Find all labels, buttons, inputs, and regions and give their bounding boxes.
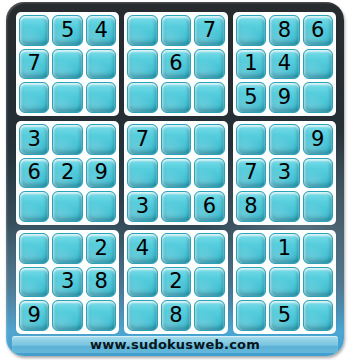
cell-value: 6 <box>169 53 182 74</box>
sudoku-box-r1c1: 547 <box>16 12 119 116</box>
cell-value: 6 <box>311 20 324 41</box>
sudoku-box-r2c1: 3629 <box>16 121 119 225</box>
cell-r8c7[interactable] <box>236 267 266 298</box>
cell-r7c5[interactable] <box>161 233 191 264</box>
cell-value: 1 <box>244 53 257 74</box>
cell-value: 3 <box>61 271 74 292</box>
cell-r2c9[interactable] <box>303 49 333 80</box>
cell-r3c4[interactable] <box>127 82 157 113</box>
cell-r4c5[interactable] <box>161 124 191 155</box>
cell-r7c6[interactable] <box>194 233 224 264</box>
cell-r3c5[interactable] <box>161 82 191 113</box>
cell-r7c2[interactable] <box>52 233 82 264</box>
cell-r1c1[interactable] <box>19 15 49 46</box>
cell-r5c1[interactable]: 6 <box>19 158 49 189</box>
cell-r1c3[interactable]: 4 <box>86 15 116 46</box>
cell-value: 9 <box>94 162 107 183</box>
cell-value: 9 <box>278 87 291 108</box>
cell-r6c5[interactable] <box>161 191 191 222</box>
cell-r8c6[interactable] <box>194 267 224 298</box>
cell-r9c6[interactable] <box>194 300 224 331</box>
cell-r9c1[interactable]: 9 <box>19 300 49 331</box>
cell-r2c7[interactable]: 1 <box>236 49 266 80</box>
cell-r4c6[interactable] <box>194 124 224 155</box>
sudoku-box-r2c2: 736 <box>124 121 227 225</box>
cell-value: 9 <box>311 129 324 150</box>
cell-r9c7[interactable] <box>236 300 266 331</box>
cell-r1c8[interactable]: 8 <box>269 15 299 46</box>
cell-r9c2[interactable] <box>52 300 82 331</box>
cell-r3c3[interactable] <box>86 82 116 113</box>
cell-r9c3[interactable] <box>86 300 116 331</box>
cell-value: 5 <box>278 305 291 326</box>
sudoku-box-r3c1: 2389 <box>16 230 119 334</box>
cell-r4c9[interactable]: 9 <box>303 124 333 155</box>
cell-r3c6[interactable] <box>194 82 224 113</box>
cell-r3c1[interactable] <box>19 82 49 113</box>
cell-r1c6[interactable]: 7 <box>194 15 224 46</box>
cell-r6c3[interactable] <box>86 191 116 222</box>
cell-value: 7 <box>28 53 41 74</box>
cell-r2c8[interactable]: 4 <box>269 49 299 80</box>
cell-r4c7[interactable] <box>236 124 266 155</box>
cell-r1c5[interactable] <box>161 15 191 46</box>
cell-value: 6 <box>28 162 41 183</box>
cell-r8c4[interactable] <box>127 267 157 298</box>
cell-r7c9[interactable] <box>303 233 333 264</box>
cell-r7c7[interactable] <box>236 233 266 264</box>
cell-r4c3[interactable] <box>86 124 116 155</box>
cell-r3c7[interactable]: 5 <box>236 82 266 113</box>
cell-r2c1[interactable]: 7 <box>19 49 49 80</box>
cell-r5c9[interactable] <box>303 158 333 189</box>
cell-r6c7[interactable]: 8 <box>236 191 266 222</box>
cell-value: 4 <box>94 20 107 41</box>
cell-value: 4 <box>136 238 149 259</box>
cell-r7c1[interactable] <box>19 233 49 264</box>
cell-value: 8 <box>169 305 182 326</box>
cell-r4c2[interactable] <box>52 124 82 155</box>
cell-r8c3[interactable]: 8 <box>86 267 116 298</box>
cell-r9c5[interactable]: 8 <box>161 300 191 331</box>
cell-r9c8[interactable]: 5 <box>269 300 299 331</box>
cell-r9c4[interactable] <box>127 300 157 331</box>
cell-value: 2 <box>94 238 107 259</box>
cell-r6c1[interactable] <box>19 191 49 222</box>
cell-r3c8[interactable]: 9 <box>269 82 299 113</box>
cell-value: 5 <box>244 87 257 108</box>
cell-r8c2[interactable]: 3 <box>52 267 82 298</box>
cell-r6c8[interactable] <box>269 191 299 222</box>
cell-r5c8[interactable]: 3 <box>269 158 299 189</box>
cell-r2c4[interactable] <box>127 49 157 80</box>
cell-value: 5 <box>61 20 74 41</box>
cell-value: 8 <box>244 196 257 217</box>
cell-r4c8[interactable] <box>269 124 299 155</box>
footer-bar: www.sudokusweb.com <box>12 336 338 353</box>
cell-r2c6[interactable] <box>194 49 224 80</box>
cell-r5c7[interactable]: 7 <box>236 158 266 189</box>
sudokusweb-link[interactable]: www.sudokusweb.com <box>90 337 260 352</box>
cell-r6c9[interactable] <box>303 191 333 222</box>
cell-value: 3 <box>28 129 41 150</box>
cell-r2c2[interactable] <box>52 49 82 80</box>
cell-value: 7 <box>244 162 257 183</box>
sudoku-screenshot: 5477686145936297369738238942815 www.sudo… <box>0 0 350 360</box>
cell-value: 3 <box>136 196 149 217</box>
cell-r7c4[interactable]: 4 <box>127 233 157 264</box>
cell-r5c4[interactable] <box>127 158 157 189</box>
cell-value: 7 <box>203 20 216 41</box>
cell-r8c5[interactable]: 2 <box>161 267 191 298</box>
cell-r9c9[interactable] <box>303 300 333 331</box>
cell-r4c1[interactable]: 3 <box>19 124 49 155</box>
cell-value: 2 <box>169 271 182 292</box>
cell-r5c3[interactable]: 9 <box>86 158 116 189</box>
cell-r5c5[interactable] <box>161 158 191 189</box>
sudoku-box-r1c2: 76 <box>124 12 227 116</box>
cell-r6c4[interactable]: 3 <box>127 191 157 222</box>
cell-value: 3 <box>278 162 291 183</box>
cell-value: 8 <box>278 20 291 41</box>
cell-r3c9[interactable] <box>303 82 333 113</box>
cell-r5c2[interactable]: 2 <box>52 158 82 189</box>
cell-r4c4[interactable]: 7 <box>127 124 157 155</box>
cell-value: 6 <box>203 196 216 217</box>
cell-r5c6[interactable] <box>194 158 224 189</box>
cell-value: 4 <box>278 53 291 74</box>
cell-r1c2[interactable]: 5 <box>52 15 82 46</box>
cell-r7c8[interactable]: 1 <box>269 233 299 264</box>
cell-r1c4[interactable] <box>127 15 157 46</box>
cell-r7c3[interactable]: 2 <box>86 233 116 264</box>
sudoku-board: 5477686145936297369738238942815 <box>16 12 336 334</box>
sudoku-box-r3c2: 428 <box>124 230 227 334</box>
cell-value: 7 <box>136 129 149 150</box>
cell-r6c2[interactable] <box>52 191 82 222</box>
sudoku-box-r3c3: 15 <box>233 230 336 334</box>
cell-value: 9 <box>28 305 41 326</box>
cell-r6c6[interactable]: 6 <box>194 191 224 222</box>
cell-r2c3[interactable] <box>86 49 116 80</box>
cell-value: 1 <box>278 238 291 259</box>
cell-r8c9[interactable] <box>303 267 333 298</box>
cell-r1c7[interactable] <box>236 15 266 46</box>
cell-r3c2[interactable] <box>52 82 82 113</box>
sudoku-box-r2c3: 9738 <box>233 121 336 225</box>
cell-r2c5[interactable]: 6 <box>161 49 191 80</box>
cell-r1c9[interactable]: 6 <box>303 15 333 46</box>
cell-value: 2 <box>61 162 74 183</box>
cell-r8c1[interactable] <box>19 267 49 298</box>
sudoku-box-r1c3: 861459 <box>233 12 336 116</box>
cell-r8c8[interactable] <box>269 267 299 298</box>
cell-value: 8 <box>94 271 107 292</box>
